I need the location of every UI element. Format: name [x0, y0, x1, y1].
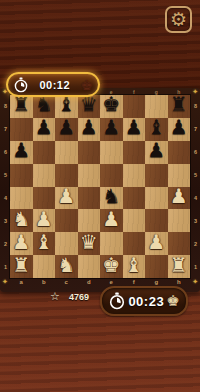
square-h7[interactable]: ♟: [168, 118, 191, 141]
black-bishop-g7[interactable]: ♝: [145, 116, 168, 139]
rank-label-1: 1: [1, 255, 10, 278]
rank-label-4: 4: [1, 187, 10, 210]
rank-label-5: 5: [191, 164, 200, 187]
chess-board: ✦ ✦ ✦ ✦ ♜♞♝♛♚♜♟♟♟♟♟♝♟♟♟♟♞♟♞♟♟♟♝♛♟♜♞♚♝♜ 8…: [0, 88, 200, 292]
black-knight-e4[interactable]: ♞: [100, 185, 123, 208]
square-g1[interactable]: [145, 255, 168, 278]
gear-icon: ⚙: [170, 10, 187, 29]
star-icon: ☆: [50, 291, 60, 302]
file-label-g: g: [145, 89, 168, 95]
file-label-f: f: [123, 89, 146, 95]
square-f7[interactable]: ♟: [123, 118, 146, 141]
file-label-h: h: [168, 279, 191, 285]
rank-label-6: 6: [1, 141, 10, 164]
square-c7[interactable]: ♟: [55, 118, 78, 141]
square-b6[interactable]: [33, 141, 56, 164]
square-e1[interactable]: ♚: [100, 255, 123, 278]
black-pawn-f7[interactable]: ♟: [123, 116, 146, 139]
file-label-b: b: [33, 279, 56, 285]
black-pawn-a6[interactable]: ♟: [10, 139, 33, 162]
settings-button[interactable]: ⚙: [165, 6, 192, 33]
white-rook-h1[interactable]: ♜: [168, 253, 191, 276]
square-e7[interactable]: ♟: [100, 118, 123, 141]
rank-label-5: 5: [1, 164, 10, 187]
black-timer-value: 00:12: [29, 79, 80, 91]
white-timer-value: 00:23: [126, 294, 167, 309]
square-g6[interactable]: ♟: [145, 141, 168, 164]
square-a1[interactable]: ♜: [10, 255, 33, 278]
file-label-c: c: [55, 279, 78, 285]
white-pawn-g2[interactable]: ♟: [145, 230, 168, 253]
black-pawn-g6[interactable]: ♟: [145, 139, 168, 162]
black-pawn-h7[interactable]: ♟: [168, 116, 191, 139]
square-h1[interactable]: ♜: [168, 255, 191, 278]
white-rook-a1[interactable]: ♜: [10, 253, 33, 276]
white-pawn-b3[interactable]: ♟: [33, 207, 56, 230]
square-c6[interactable]: [55, 141, 78, 164]
square-e6[interactable]: [100, 141, 123, 164]
chess-game-screen: ⚙ ✦ ✦ ✦ ✦ ♜♞♝♛♚♜♟♟♟♟♟♝♟♟♟♟♞♟♞♟♟♟♝♛♟♜♞♚♝♜…: [0, 0, 200, 392]
black-king-e8[interactable]: ♚: [100, 93, 123, 116]
black-pawn-e7[interactable]: ♟: [100, 116, 123, 139]
rank-label-7: 7: [191, 118, 200, 141]
black-pawn-c7[interactable]: ♟: [55, 116, 78, 139]
white-knight-c1[interactable]: ♞: [55, 253, 78, 276]
square-b5[interactable]: [33, 164, 56, 187]
square-d6[interactable]: [78, 141, 101, 164]
white-king-e1[interactable]: ♚: [100, 253, 123, 276]
white-pawn-h4[interactable]: ♟: [168, 185, 191, 208]
file-label-g: g: [145, 279, 168, 285]
white-bishop-f1[interactable]: ♝: [123, 253, 146, 276]
square-d4[interactable]: [78, 187, 101, 210]
white-pawn-e3[interactable]: ♟: [100, 207, 123, 230]
rank-label-3: 3: [191, 209, 200, 232]
file-label-e: e: [100, 279, 123, 285]
file-label-d: d: [78, 279, 101, 285]
square-d7[interactable]: ♟: [78, 118, 101, 141]
board-ornament-icon: ✦: [2, 278, 8, 285]
rank-label-4: 4: [191, 187, 200, 210]
square-a6[interactable]: ♟: [10, 141, 33, 164]
square-a5[interactable]: [10, 164, 33, 187]
square-f1[interactable]: ♝: [123, 255, 146, 278]
file-label-a: a: [10, 279, 33, 285]
white-timer: 00:23 ♚: [100, 286, 188, 316]
square-f3[interactable]: [123, 209, 146, 232]
stopwatch-icon: [108, 292, 126, 310]
stopwatch-icon: [13, 77, 29, 93]
rating-value: 4769: [69, 292, 89, 302]
square-g4[interactable]: [145, 187, 168, 210]
board-ornament-icon: ✦: [192, 278, 198, 285]
rank-label-7: 7: [1, 118, 10, 141]
square-f5[interactable]: [123, 164, 146, 187]
file-label-f: f: [123, 279, 146, 285]
square-c4[interactable]: ♟: [55, 187, 78, 210]
board-ornament-icon: ✦: [192, 88, 198, 95]
rank-label-6: 6: [191, 141, 200, 164]
square-h6[interactable]: [168, 141, 191, 164]
square-c3[interactable]: [55, 209, 78, 232]
square-a8[interactable]: ♜: [10, 95, 33, 118]
square-h3[interactable]: [168, 209, 191, 232]
square-d1[interactable]: [78, 255, 101, 278]
white-bishop-b2[interactable]: ♝: [33, 230, 56, 253]
rank-label-1: 1: [191, 255, 200, 278]
rank-label-8: 8: [191, 95, 200, 118]
rating-display: ☆ 4769: [50, 291, 89, 302]
square-d5[interactable]: [78, 164, 101, 187]
rank-label-8: 8: [1, 95, 10, 118]
square-b1[interactable]: [33, 255, 56, 278]
rank-label-3: 3: [1, 209, 10, 232]
square-f6[interactable]: [123, 141, 146, 164]
white-queen-d2[interactable]: ♛: [78, 230, 101, 253]
black-pawn-d7[interactable]: ♟: [78, 116, 101, 139]
square-h4[interactable]: ♟: [168, 187, 191, 210]
board-grid: ♜♞♝♛♚♜♟♟♟♟♟♝♟♟♟♟♞♟♞♟♟♟♝♛♟♜♞♚♝♜: [10, 95, 190, 278]
black-king-icon: ♚: [80, 78, 93, 92]
square-b2[interactable]: ♝: [33, 232, 56, 255]
square-g2[interactable]: ♟: [145, 232, 168, 255]
black-pawn-b7[interactable]: ♟: [33, 116, 56, 139]
white-pawn-c4[interactable]: ♟: [55, 185, 78, 208]
rank-label-2: 2: [1, 232, 10, 255]
rank-label-2: 2: [191, 232, 200, 255]
square-g5[interactable]: [145, 164, 168, 187]
white-king-icon: ♚: [167, 294, 180, 309]
white-pawn-a2[interactable]: ♟: [10, 230, 33, 253]
white-knight-a3[interactable]: ♞: [10, 207, 33, 230]
square-c1[interactable]: ♞: [55, 255, 78, 278]
black-rook-h8[interactable]: ♜: [168, 93, 191, 116]
square-e3[interactable]: ♟: [100, 209, 123, 232]
black-timer: 00:12 ♚: [6, 72, 100, 97]
square-f4[interactable]: [123, 187, 146, 210]
square-b7[interactable]: ♟: [33, 118, 56, 141]
square-d2[interactable]: ♛: [78, 232, 101, 255]
